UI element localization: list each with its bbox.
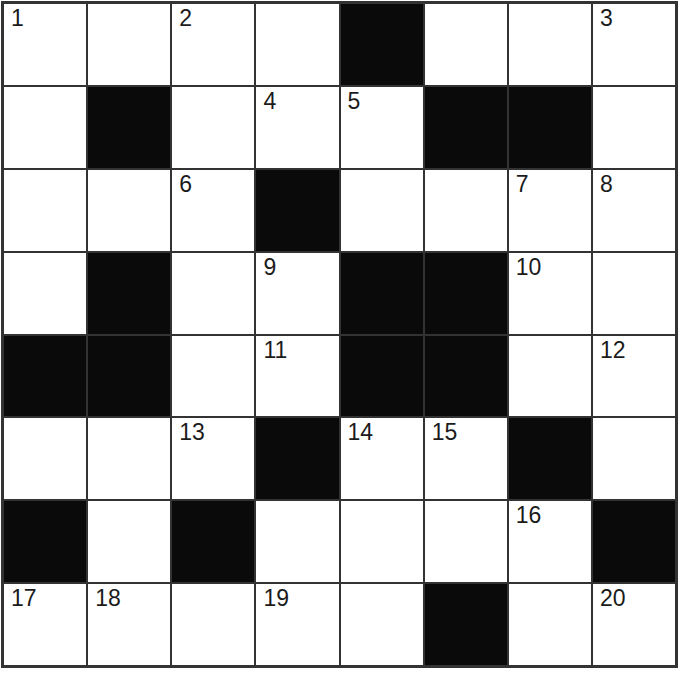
- grid-cell[interactable]: 16: [509, 501, 591, 582]
- crossword-board: 1234567891011121314151617181920: [1, 1, 678, 668]
- grid-cell[interactable]: [88, 4, 170, 85]
- clue-number: 18: [95, 586, 121, 610]
- clue-number: 3: [600, 6, 613, 30]
- grid-cell[interactable]: 8: [593, 170, 675, 251]
- black-cell: [88, 253, 170, 334]
- grid-cell[interactable]: 15: [425, 418, 507, 499]
- grid-cell[interactable]: [4, 87, 86, 168]
- grid-cell[interactable]: 4: [256, 87, 338, 168]
- grid-cell[interactable]: 9: [256, 253, 338, 334]
- grid-cell[interactable]: [425, 501, 507, 582]
- clue-number: 9: [263, 255, 276, 279]
- grid-cell[interactable]: [425, 4, 507, 85]
- black-cell: [341, 4, 423, 85]
- clue-number: 1: [11, 6, 24, 30]
- clue-number: 16: [516, 503, 542, 527]
- grid-cell[interactable]: [593, 253, 675, 334]
- grid-cell[interactable]: [4, 170, 86, 251]
- black-cell: [256, 418, 338, 499]
- grid-cell[interactable]: 7: [509, 170, 591, 251]
- grid-cell[interactable]: 13: [172, 418, 254, 499]
- grid-cell[interactable]: [256, 4, 338, 85]
- clue-number: 13: [179, 420, 205, 444]
- grid-cell[interactable]: [172, 87, 254, 168]
- grid-cell[interactable]: [88, 170, 170, 251]
- clue-number: 11: [263, 338, 287, 362]
- clue-number: 5: [348, 89, 361, 113]
- black-cell: [509, 87, 591, 168]
- clue-number: 15: [432, 420, 458, 444]
- grid-cell[interactable]: [509, 584, 591, 665]
- clue-number: 14: [348, 420, 374, 444]
- black-cell: [341, 336, 423, 417]
- clue-number: 4: [263, 89, 276, 113]
- black-cell: [509, 418, 591, 499]
- clue-number: 19: [263, 586, 289, 610]
- black-cell: [425, 253, 507, 334]
- grid-cell[interactable]: 10: [509, 253, 591, 334]
- black-cell: [4, 336, 86, 417]
- clue-number: 17: [11, 586, 37, 610]
- clue-number: 12: [600, 338, 626, 362]
- black-cell: [425, 584, 507, 665]
- grid-cell[interactable]: [172, 253, 254, 334]
- black-cell: [4, 501, 86, 582]
- grid-cell[interactable]: 3: [593, 4, 675, 85]
- clue-number: 20: [600, 586, 626, 610]
- grid-cell[interactable]: [88, 501, 170, 582]
- grid-cell[interactable]: 19: [256, 584, 338, 665]
- grid-cell[interactable]: [341, 584, 423, 665]
- grid-cell[interactable]: [341, 170, 423, 251]
- grid-cell[interactable]: [341, 501, 423, 582]
- black-cell: [88, 336, 170, 417]
- grid-cell[interactable]: [256, 501, 338, 582]
- grid-cell[interactable]: [88, 418, 170, 499]
- grid-cell[interactable]: 6: [172, 170, 254, 251]
- grid-cell[interactable]: 1: [4, 4, 86, 85]
- black-cell: [341, 253, 423, 334]
- grid-cell[interactable]: [593, 418, 675, 499]
- black-cell: [593, 501, 675, 582]
- grid-cell[interactable]: [172, 336, 254, 417]
- grid-cell[interactable]: 5: [341, 87, 423, 168]
- grid-cell[interactable]: 2: [172, 4, 254, 85]
- clue-number: 6: [179, 172, 192, 196]
- grid-cell[interactable]: 17: [4, 584, 86, 665]
- black-cell: [172, 501, 254, 582]
- clue-number: 8: [600, 172, 613, 196]
- clue-number: 10: [516, 255, 542, 279]
- grid-cell[interactable]: [425, 170, 507, 251]
- grid-cell[interactable]: [593, 87, 675, 168]
- grid-cell[interactable]: 18: [88, 584, 170, 665]
- grid-cell[interactable]: [4, 253, 86, 334]
- grid-cell[interactable]: 14: [341, 418, 423, 499]
- black-cell: [425, 87, 507, 168]
- crossword-grid: 1234567891011121314151617181920: [1, 1, 678, 668]
- grid-cell[interactable]: [4, 418, 86, 499]
- grid-cell[interactable]: [509, 4, 591, 85]
- black-cell: [256, 170, 338, 251]
- grid-cell[interactable]: [172, 584, 254, 665]
- grid-cell[interactable]: 20: [593, 584, 675, 665]
- black-cell: [425, 336, 507, 417]
- clue-number: 7: [516, 172, 529, 196]
- grid-cell[interactable]: [509, 336, 591, 417]
- black-cell: [88, 87, 170, 168]
- grid-cell[interactable]: 11: [256, 336, 338, 417]
- grid-cell[interactable]: 12: [593, 336, 675, 417]
- clue-number: 2: [179, 6, 192, 30]
